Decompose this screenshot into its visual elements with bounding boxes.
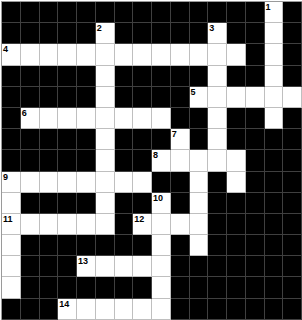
black-cell bbox=[40, 193, 59, 214]
black-cell bbox=[96, 2, 115, 23]
white-cell[interactable] bbox=[115, 256, 134, 277]
black-cell bbox=[227, 299, 246, 320]
white-cell[interactable] bbox=[208, 44, 227, 65]
black-cell bbox=[171, 23, 190, 44]
white-cell[interactable]: 6 bbox=[21, 108, 40, 129]
black-cell bbox=[227, 214, 246, 235]
black-cell bbox=[133, 235, 152, 256]
black-cell bbox=[265, 277, 284, 298]
white-cell[interactable]: 8 bbox=[152, 150, 171, 171]
black-cell bbox=[246, 299, 265, 320]
black-cell bbox=[171, 256, 190, 277]
white-cell[interactable] bbox=[2, 256, 21, 277]
black-cell bbox=[2, 23, 21, 44]
white-cell[interactable] bbox=[115, 299, 134, 320]
clue-number-5: 5 bbox=[191, 87, 196, 97]
black-cell bbox=[190, 66, 209, 87]
black-cell bbox=[40, 235, 59, 256]
clue-number-11: 11 bbox=[3, 214, 13, 224]
crossword-board: 1234567891011121314 bbox=[1, 1, 302, 320]
black-cell bbox=[2, 108, 21, 129]
black-cell bbox=[283, 66, 302, 87]
black-cell bbox=[265, 150, 284, 171]
black-cell bbox=[227, 277, 246, 298]
black-cell bbox=[21, 193, 40, 214]
black-cell bbox=[133, 2, 152, 23]
white-cell[interactable] bbox=[208, 87, 227, 108]
white-cell[interactable] bbox=[115, 108, 134, 129]
black-cell bbox=[21, 87, 40, 108]
black-cell bbox=[77, 235, 96, 256]
black-cell bbox=[152, 87, 171, 108]
white-cell[interactable] bbox=[152, 299, 171, 320]
white-cell[interactable] bbox=[40, 214, 59, 235]
black-cell bbox=[171, 235, 190, 256]
black-cell bbox=[265, 299, 284, 320]
white-cell[interactable] bbox=[115, 44, 134, 65]
white-cell[interactable] bbox=[58, 214, 77, 235]
white-cell[interactable] bbox=[265, 108, 284, 129]
white-cell[interactable] bbox=[133, 299, 152, 320]
black-cell bbox=[40, 129, 59, 150]
black-cell bbox=[265, 129, 284, 150]
black-cell bbox=[190, 23, 209, 44]
white-cell[interactable] bbox=[190, 235, 209, 256]
white-cell[interactable] bbox=[40, 108, 59, 129]
black-cell bbox=[208, 214, 227, 235]
black-cell bbox=[133, 277, 152, 298]
white-cell[interactable] bbox=[227, 172, 246, 193]
clue-number-1: 1 bbox=[266, 2, 271, 12]
black-cell bbox=[133, 23, 152, 44]
white-cell[interactable] bbox=[190, 214, 209, 235]
white-cell[interactable] bbox=[133, 256, 152, 277]
black-cell bbox=[2, 2, 21, 23]
white-cell[interactable] bbox=[208, 150, 227, 171]
black-cell bbox=[283, 235, 302, 256]
black-cell bbox=[171, 193, 190, 214]
black-cell bbox=[283, 44, 302, 65]
white-cell[interactable]: 4 bbox=[2, 44, 21, 65]
black-cell bbox=[283, 256, 302, 277]
white-cell[interactable] bbox=[171, 214, 190, 235]
black-cell bbox=[21, 235, 40, 256]
white-cell[interactable] bbox=[115, 172, 134, 193]
white-cell[interactable] bbox=[208, 66, 227, 87]
black-cell bbox=[77, 23, 96, 44]
black-cell bbox=[246, 23, 265, 44]
white-cell[interactable] bbox=[96, 214, 115, 235]
clue-number-13: 13 bbox=[78, 256, 88, 266]
black-cell bbox=[227, 66, 246, 87]
white-cell[interactable] bbox=[171, 150, 190, 171]
white-cell[interactable] bbox=[152, 214, 171, 235]
black-cell bbox=[283, 108, 302, 129]
white-cell[interactable] bbox=[96, 87, 115, 108]
black-cell bbox=[115, 214, 134, 235]
black-cell bbox=[77, 129, 96, 150]
black-cell bbox=[40, 23, 59, 44]
white-cell[interactable] bbox=[96, 193, 115, 214]
white-cell[interactable] bbox=[2, 277, 21, 298]
white-cell[interactable] bbox=[152, 235, 171, 256]
clue-number-2: 2 bbox=[97, 23, 102, 33]
black-cell bbox=[21, 23, 40, 44]
black-cell bbox=[208, 2, 227, 23]
black-cell bbox=[40, 277, 59, 298]
white-cell[interactable] bbox=[171, 44, 190, 65]
black-cell bbox=[2, 299, 21, 320]
black-cell bbox=[96, 235, 115, 256]
black-cell bbox=[40, 150, 59, 171]
black-cell bbox=[283, 129, 302, 150]
black-cell bbox=[115, 150, 134, 171]
white-cell[interactable] bbox=[246, 87, 265, 108]
black-cell bbox=[2, 150, 21, 171]
black-cell bbox=[58, 2, 77, 23]
white-cell[interactable] bbox=[133, 44, 152, 65]
black-cell bbox=[77, 150, 96, 171]
clue-number-7: 7 bbox=[172, 129, 177, 139]
white-cell[interactable] bbox=[208, 129, 227, 150]
white-cell[interactable] bbox=[21, 44, 40, 65]
black-cell bbox=[115, 2, 134, 23]
black-cell bbox=[246, 172, 265, 193]
black-cell bbox=[208, 172, 227, 193]
black-cell bbox=[246, 256, 265, 277]
white-cell[interactable] bbox=[96, 256, 115, 277]
black-cell bbox=[227, 23, 246, 44]
black-cell bbox=[246, 44, 265, 65]
black-cell bbox=[190, 277, 209, 298]
black-cell bbox=[40, 299, 59, 320]
black-cell bbox=[283, 172, 302, 193]
black-cell bbox=[152, 172, 171, 193]
black-cell bbox=[283, 150, 302, 171]
black-cell bbox=[171, 172, 190, 193]
clue-number-6: 6 bbox=[22, 108, 27, 118]
white-cell[interactable] bbox=[77, 108, 96, 129]
white-cell[interactable] bbox=[96, 129, 115, 150]
black-cell bbox=[40, 256, 59, 277]
clue-number-10: 10 bbox=[153, 193, 163, 203]
black-cell bbox=[190, 299, 209, 320]
white-cell[interactable]: 12 bbox=[133, 214, 152, 235]
black-cell bbox=[58, 23, 77, 44]
black-cell bbox=[283, 193, 302, 214]
black-cell bbox=[171, 299, 190, 320]
white-cell[interactable] bbox=[208, 108, 227, 129]
black-cell bbox=[58, 150, 77, 171]
white-cell[interactable] bbox=[96, 108, 115, 129]
white-cell[interactable]: 11 bbox=[2, 214, 21, 235]
white-cell[interactable]: 13 bbox=[77, 256, 96, 277]
white-cell[interactable] bbox=[190, 193, 209, 214]
black-cell bbox=[21, 129, 40, 150]
black-cell bbox=[171, 277, 190, 298]
black-cell bbox=[208, 299, 227, 320]
white-cell[interactable] bbox=[227, 87, 246, 108]
white-cell[interactable]: 10 bbox=[152, 193, 171, 214]
white-cell[interactable] bbox=[190, 150, 209, 171]
black-cell bbox=[208, 193, 227, 214]
black-cell bbox=[227, 108, 246, 129]
white-cell[interactable]: 7 bbox=[171, 129, 190, 150]
white-cell[interactable] bbox=[77, 214, 96, 235]
black-cell bbox=[21, 277, 40, 298]
black-cell bbox=[208, 256, 227, 277]
white-cell[interactable] bbox=[227, 44, 246, 65]
white-cell[interactable] bbox=[40, 44, 59, 65]
black-cell bbox=[227, 129, 246, 150]
white-cell[interactable] bbox=[77, 172, 96, 193]
black-cell bbox=[115, 193, 134, 214]
black-cell bbox=[171, 66, 190, 87]
black-cell bbox=[21, 256, 40, 277]
white-cell[interactable] bbox=[2, 235, 21, 256]
black-cell bbox=[265, 214, 284, 235]
black-cell bbox=[265, 172, 284, 193]
black-cell bbox=[115, 235, 134, 256]
white-cell[interactable]: 3 bbox=[208, 23, 227, 44]
white-cell[interactable] bbox=[58, 44, 77, 65]
black-cell bbox=[190, 129, 209, 150]
white-cell[interactable] bbox=[96, 150, 115, 171]
black-cell bbox=[77, 2, 96, 23]
white-cell[interactable] bbox=[190, 44, 209, 65]
clue-number-9: 9 bbox=[3, 172, 8, 182]
black-cell bbox=[133, 66, 152, 87]
black-cell bbox=[246, 277, 265, 298]
black-cell bbox=[246, 214, 265, 235]
white-cell[interactable] bbox=[96, 172, 115, 193]
clue-number-3: 3 bbox=[209, 23, 214, 33]
black-cell bbox=[283, 23, 302, 44]
black-cell bbox=[208, 277, 227, 298]
black-cell bbox=[283, 214, 302, 235]
black-cell bbox=[190, 108, 209, 129]
white-cell[interactable] bbox=[265, 23, 284, 44]
black-cell bbox=[283, 277, 302, 298]
black-cell bbox=[227, 193, 246, 214]
white-cell[interactable] bbox=[2, 193, 21, 214]
black-cell bbox=[171, 87, 190, 108]
white-cell[interactable] bbox=[265, 66, 284, 87]
black-cell bbox=[58, 277, 77, 298]
black-cell bbox=[246, 66, 265, 87]
black-cell bbox=[283, 299, 302, 320]
black-cell bbox=[246, 193, 265, 214]
white-cell[interactable]: 9 bbox=[2, 172, 21, 193]
white-cell[interactable] bbox=[152, 108, 171, 129]
black-cell bbox=[246, 129, 265, 150]
black-cell bbox=[58, 193, 77, 214]
clue-number-12: 12 bbox=[134, 214, 144, 224]
black-cell bbox=[2, 87, 21, 108]
white-cell[interactable]: 2 bbox=[96, 23, 115, 44]
black-cell bbox=[133, 87, 152, 108]
white-cell[interactable] bbox=[227, 150, 246, 171]
black-cell bbox=[152, 2, 171, 23]
white-cell[interactable] bbox=[265, 44, 284, 65]
black-cell bbox=[40, 2, 59, 23]
black-cell bbox=[265, 193, 284, 214]
black-cell bbox=[96, 277, 115, 298]
black-cell bbox=[21, 299, 40, 320]
black-cell bbox=[227, 235, 246, 256]
black-cell bbox=[283, 2, 302, 23]
white-cell[interactable] bbox=[77, 299, 96, 320]
white-cell[interactable] bbox=[96, 44, 115, 65]
black-cell bbox=[58, 129, 77, 150]
white-cell[interactable]: 5 bbox=[190, 87, 209, 108]
black-cell bbox=[58, 256, 77, 277]
black-cell bbox=[152, 23, 171, 44]
black-cell bbox=[227, 256, 246, 277]
white-cell[interactable] bbox=[58, 172, 77, 193]
white-cell[interactable] bbox=[77, 44, 96, 65]
white-cell[interactable] bbox=[265, 87, 284, 108]
white-cell[interactable] bbox=[190, 172, 209, 193]
black-cell bbox=[133, 129, 152, 150]
black-cell bbox=[246, 235, 265, 256]
white-cell[interactable] bbox=[58, 108, 77, 129]
black-cell bbox=[2, 66, 21, 87]
black-cell bbox=[265, 235, 284, 256]
black-cell bbox=[246, 108, 265, 129]
clue-number-8: 8 bbox=[153, 150, 158, 160]
black-cell bbox=[77, 277, 96, 298]
black-cell bbox=[2, 129, 21, 150]
white-cell[interactable]: 14 bbox=[58, 299, 77, 320]
clue-number-14: 14 bbox=[59, 299, 69, 309]
black-cell bbox=[58, 235, 77, 256]
black-cell bbox=[21, 66, 40, 87]
black-cell bbox=[246, 150, 265, 171]
black-cell bbox=[265, 256, 284, 277]
black-cell bbox=[58, 87, 77, 108]
white-cell[interactable] bbox=[152, 277, 171, 298]
black-cell bbox=[152, 129, 171, 150]
black-cell bbox=[115, 23, 134, 44]
white-cell[interactable] bbox=[133, 172, 152, 193]
black-cell bbox=[208, 235, 227, 256]
white-cell[interactable] bbox=[21, 172, 40, 193]
white-cell[interactable] bbox=[152, 44, 171, 65]
black-cell bbox=[40, 87, 59, 108]
black-cell bbox=[171, 108, 190, 129]
black-cell bbox=[227, 2, 246, 23]
black-cell bbox=[21, 150, 40, 171]
black-cell bbox=[40, 66, 59, 87]
black-cell bbox=[58, 66, 77, 87]
black-cell bbox=[115, 129, 134, 150]
black-cell bbox=[152, 66, 171, 87]
white-cell[interactable] bbox=[133, 108, 152, 129]
black-cell bbox=[77, 66, 96, 87]
white-cell[interactable] bbox=[96, 299, 115, 320]
black-cell bbox=[190, 256, 209, 277]
crossword-screenshot: 1234567891011121314 bbox=[0, 0, 302, 320]
white-cell[interactable]: 1 bbox=[265, 2, 284, 23]
black-cell bbox=[133, 150, 152, 171]
white-cell[interactable] bbox=[40, 172, 59, 193]
black-cell bbox=[171, 2, 190, 23]
black-cell bbox=[190, 2, 209, 23]
black-cell bbox=[115, 277, 134, 298]
black-cell bbox=[21, 2, 40, 23]
white-cell[interactable] bbox=[152, 256, 171, 277]
black-cell bbox=[246, 2, 265, 23]
white-cell[interactable] bbox=[283, 87, 302, 108]
black-cell bbox=[115, 66, 134, 87]
black-cell bbox=[133, 193, 152, 214]
black-cell bbox=[77, 193, 96, 214]
white-cell[interactable] bbox=[96, 66, 115, 87]
clue-number-4: 4 bbox=[3, 44, 8, 54]
white-cell[interactable] bbox=[21, 214, 40, 235]
black-cell bbox=[115, 87, 134, 108]
black-cell bbox=[77, 87, 96, 108]
